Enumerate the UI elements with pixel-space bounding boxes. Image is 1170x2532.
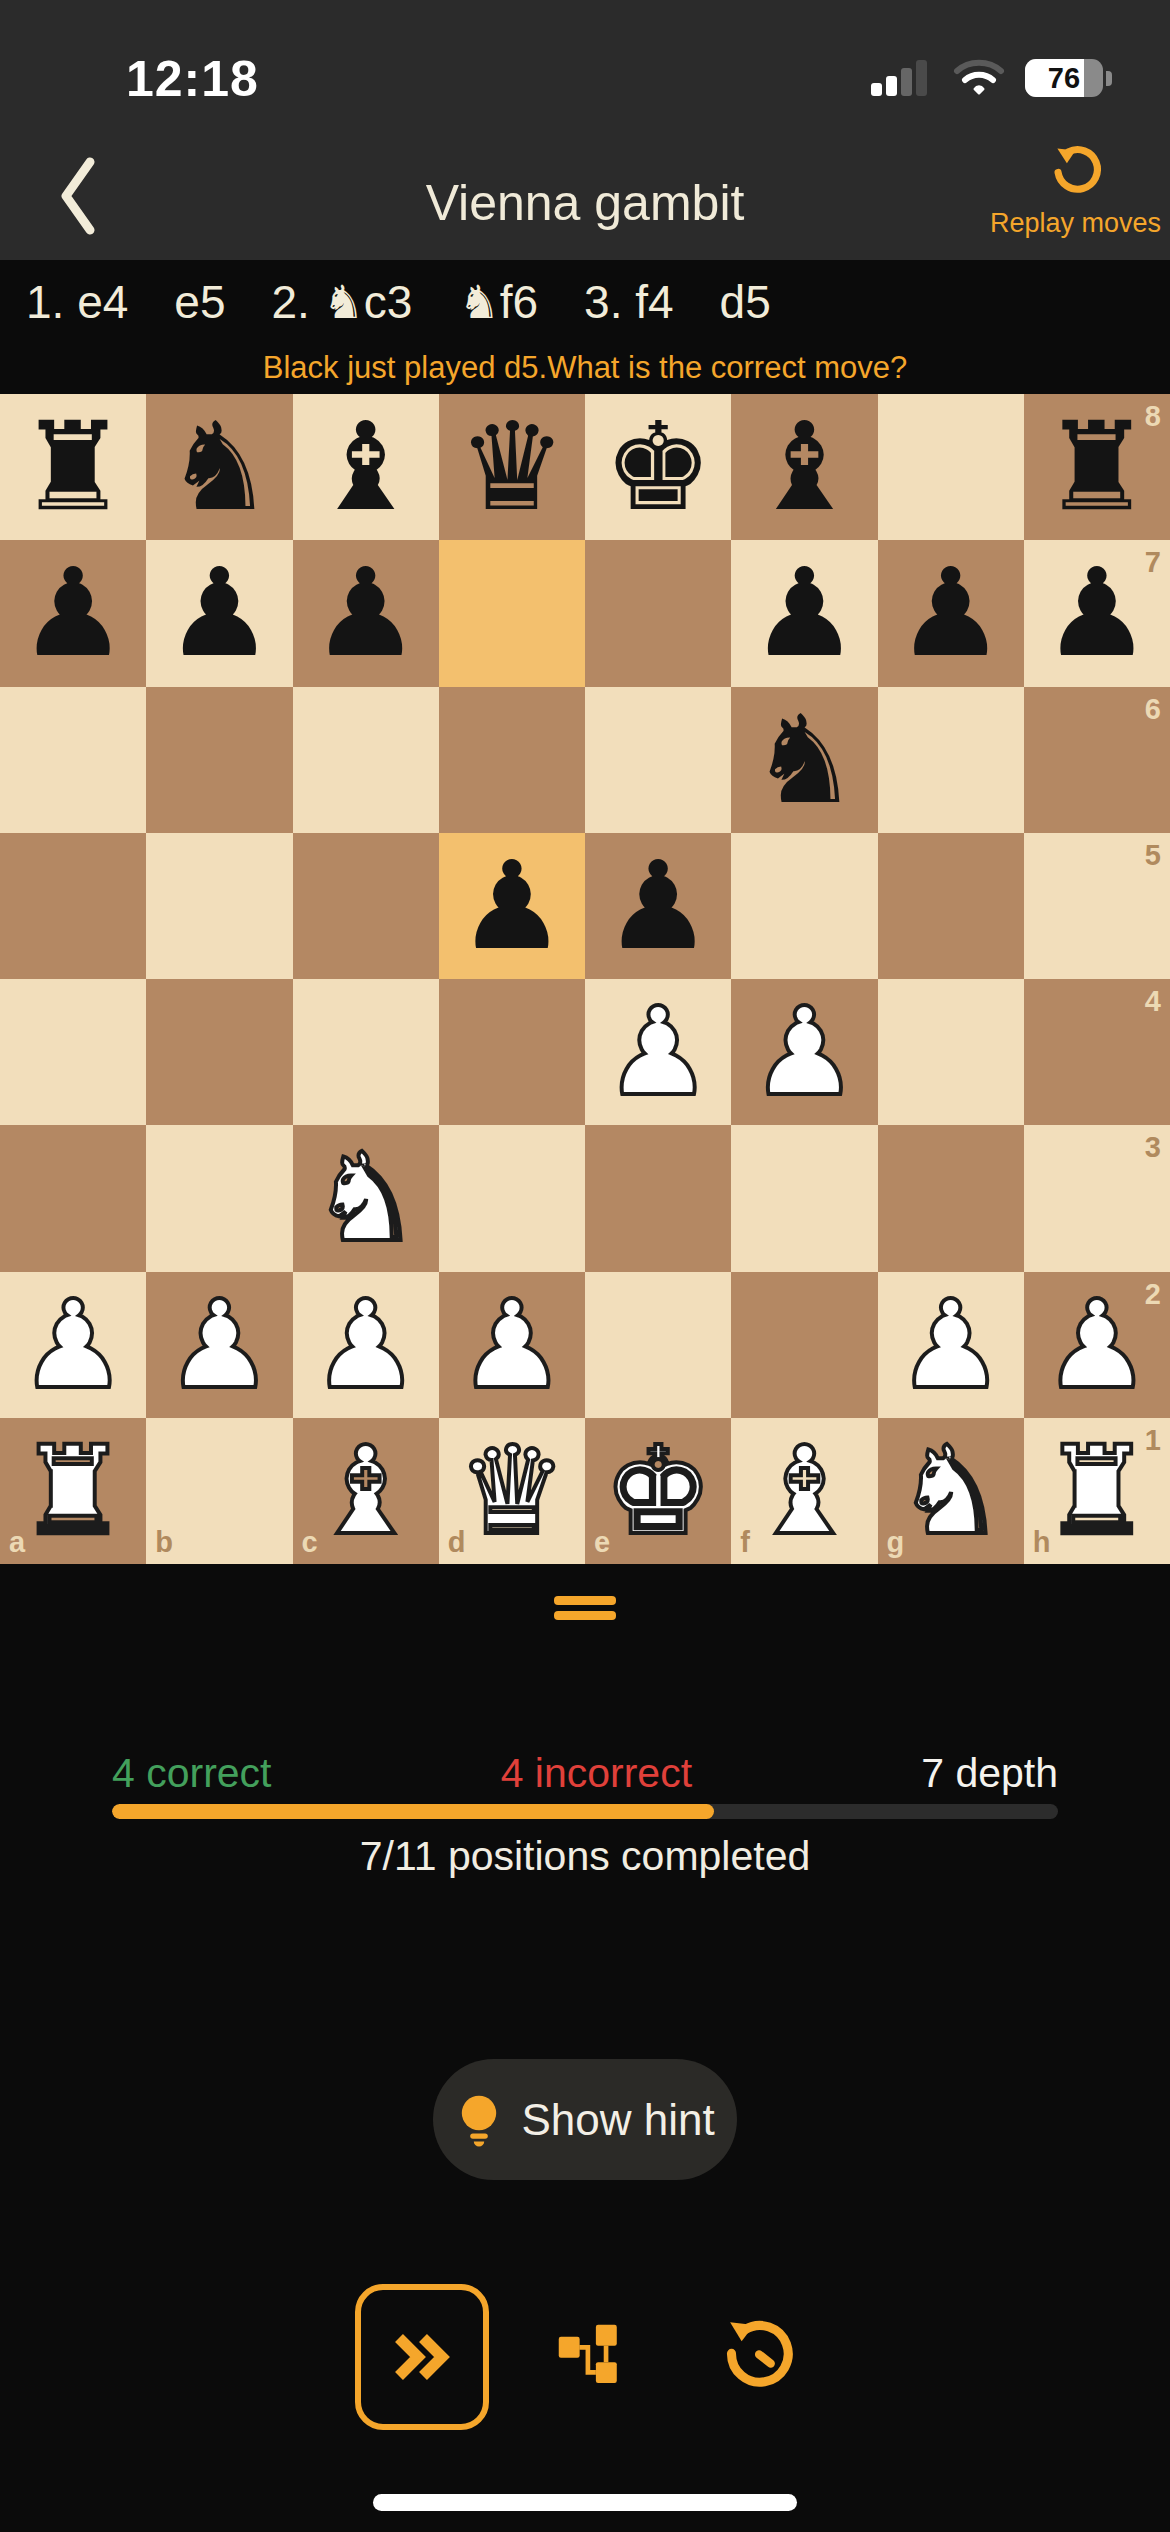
rank-label-1: 1 (1145, 1424, 1161, 1457)
move-token[interactable]: 3. f4 (584, 275, 674, 329)
piece-white-pawn[interactable]: ♟ (0, 1272, 146, 1418)
piece-black-queen[interactable]: ♛ (439, 394, 585, 540)
double-chevron-right-icon (391, 2332, 453, 2382)
progress-bar-fill (112, 1804, 714, 1819)
replay-arrow-icon (1046, 140, 1104, 202)
square-c1[interactable]: c♝ (293, 1418, 439, 1564)
square-d6[interactable] (439, 687, 585, 833)
app-screen: 12:18 76 (0, 0, 1170, 2532)
show-hint-button[interactable]: Show hint (433, 2059, 737, 2180)
square-b4[interactable] (146, 979, 292, 1125)
incorrect-count: 4 incorrect (501, 1750, 692, 1797)
square-e8[interactable]: ♚ (585, 394, 731, 540)
piece-black-pawn[interactable]: ♟ (585, 833, 731, 979)
square-h4[interactable]: 4 (1024, 979, 1170, 1125)
square-d8[interactable]: ♛ (439, 394, 585, 540)
square-a6[interactable] (0, 687, 146, 833)
piece-black-knight[interactable]: ♞ (146, 394, 292, 540)
square-c2[interactable]: ♟ (293, 1272, 439, 1418)
piece-white-bishop[interactable]: ♝ (731, 1418, 877, 1564)
square-a2[interactable]: ♟ (0, 1272, 146, 1418)
square-g1[interactable]: g♞ (878, 1418, 1024, 1564)
square-a5[interactable] (0, 833, 146, 979)
square-e2[interactable] (585, 1272, 731, 1418)
square-h1[interactable]: 1h♜ (1024, 1418, 1170, 1564)
history-clock-icon (714, 2308, 798, 2396)
piece-black-pawn[interactable]: ♟ (878, 540, 1024, 686)
square-e7[interactable] (585, 540, 731, 686)
square-f1[interactable]: f♝ (731, 1418, 877, 1564)
file-label-h: h (1033, 1526, 1051, 1559)
status-time: 12:18 (126, 50, 259, 108)
square-c4[interactable] (293, 979, 439, 1125)
square-h7[interactable]: 7♟ (1024, 540, 1170, 686)
cellular-signal-icon (871, 60, 933, 96)
square-g8[interactable] (878, 394, 1024, 540)
square-a8[interactable]: ♜ (0, 394, 146, 540)
square-h8[interactable]: 8♜ (1024, 394, 1170, 540)
square-g6[interactable] (878, 687, 1024, 833)
square-d3[interactable] (439, 1125, 585, 1271)
square-d4[interactable] (439, 979, 585, 1125)
square-h5[interactable]: 5 (1024, 833, 1170, 979)
rank-label-3: 3 (1145, 1131, 1161, 1164)
bottom-controls (0, 2278, 1170, 2434)
chess-board[interactable]: ♜♞♝♛♚♝8♜♟♟♟♟♟7♟♞6♟♟5♟♟4♞3♟♟♟♟♟2♟a♜bc♝d♛e… (0, 394, 1170, 1564)
square-f5[interactable] (731, 833, 877, 979)
square-e5[interactable]: ♟ (585, 833, 731, 979)
square-c6[interactable] (293, 687, 439, 833)
square-b3[interactable] (146, 1125, 292, 1271)
square-e6[interactable] (585, 687, 731, 833)
piece-black-rook[interactable]: ♜ (0, 394, 146, 540)
square-e4[interactable]: ♟ (585, 979, 731, 1125)
lightbulb-icon (455, 2093, 503, 2147)
variation-tree-icon (556, 2322, 622, 2388)
rank-label-8: 8 (1145, 400, 1161, 433)
sheet-drag-handle[interactable] (0, 1596, 1170, 1620)
piece-white-pawn[interactable]: ♟ (585, 979, 731, 1125)
square-g5[interactable] (878, 833, 1024, 979)
rank-label-5: 5 (1145, 839, 1161, 872)
square-f6[interactable]: ♞ (731, 687, 877, 833)
square-c7[interactable]: ♟ (293, 540, 439, 686)
piece-white-pawn[interactable]: ♟ (878, 1272, 1024, 1418)
square-h2[interactable]: 2♟ (1024, 1272, 1170, 1418)
square-h3[interactable]: 3 (1024, 1125, 1170, 1271)
drag-handle-bar (554, 1596, 616, 1605)
move-token[interactable]: ♞f6 (458, 275, 538, 329)
square-b5[interactable] (146, 833, 292, 979)
top-bar: 12:18 76 (0, 0, 1170, 260)
piece-white-knight[interactable]: ♞ (293, 1125, 439, 1271)
piece-black-knight[interactable]: ♞ (731, 687, 877, 833)
square-c3[interactable]: ♞ (293, 1125, 439, 1271)
file-label-c: c (302, 1526, 318, 1559)
piece-white-pawn[interactable]: ♟ (293, 1272, 439, 1418)
square-f8[interactable]: ♝ (731, 394, 877, 540)
square-b7[interactable]: ♟ (146, 540, 292, 686)
move-token[interactable]: 1. e4 (26, 275, 128, 329)
square-g3[interactable] (878, 1125, 1024, 1271)
replay-moves-button[interactable]: Replay moves (990, 140, 1160, 239)
square-e3[interactable] (585, 1125, 731, 1271)
file-label-b: b (155, 1526, 173, 1559)
move-token[interactable]: e5 (174, 275, 225, 329)
file-label-a: a (9, 1526, 25, 1559)
piece-black-pawn[interactable]: ♟ (146, 540, 292, 686)
file-label-d: d (448, 1526, 466, 1559)
piece-black-king[interactable]: ♚ (585, 394, 731, 540)
fast-forward-button[interactable] (355, 2284, 489, 2430)
piece-white-pawn[interactable]: ♟ (731, 979, 877, 1125)
piece-black-pawn[interactable]: ♟ (0, 540, 146, 686)
square-b2[interactable]: ♟ (146, 1272, 292, 1418)
square-a4[interactable] (0, 979, 146, 1125)
battery-percent: 76 (1048, 62, 1080, 95)
rank-label-4: 4 (1145, 985, 1161, 1018)
square-f7[interactable]: ♟ (731, 540, 877, 686)
square-f3[interactable] (731, 1125, 877, 1271)
battery-icon: 76 (1025, 59, 1112, 97)
rank-label-2: 2 (1145, 1278, 1161, 1311)
history-button[interactable] (714, 2308, 798, 2396)
square-c8[interactable]: ♝ (293, 394, 439, 540)
square-g4[interactable] (878, 979, 1024, 1125)
square-d5[interactable]: ♟ (439, 833, 585, 979)
piece-black-pawn[interactable]: ♟ (293, 540, 439, 686)
progress-bar (112, 1804, 1058, 1819)
piece-black-pawn[interactable]: ♟ (731, 540, 877, 686)
drag-handle-bar (554, 1611, 616, 1620)
file-label-g: g (887, 1526, 905, 1559)
piece-black-pawn[interactable]: ♟ (439, 833, 585, 979)
file-label-f: f (740, 1526, 750, 1559)
piece-black-bishop[interactable]: ♝ (293, 394, 439, 540)
square-d2[interactable]: ♟ (439, 1272, 585, 1418)
status-icons: 76 (871, 55, 1112, 101)
square-e1[interactable]: e♚ (585, 1418, 731, 1564)
depth-count: 7 depth (921, 1750, 1058, 1797)
home-indicator[interactable] (373, 2494, 797, 2511)
correct-count: 4 correct (112, 1750, 272, 1797)
variation-tree-button[interactable] (556, 2322, 622, 2388)
progress-caption: 7/11 positions completed (0, 1833, 1170, 1880)
piece-black-bishop[interactable]: ♝ (731, 394, 877, 540)
rank-label-6: 6 (1145, 693, 1161, 726)
square-a3[interactable] (0, 1125, 146, 1271)
square-d7[interactable] (439, 540, 585, 686)
square-b1[interactable]: b (146, 1418, 292, 1564)
piece-white-pawn[interactable]: ♟ (439, 1272, 585, 1418)
square-c5[interactable] (293, 833, 439, 979)
square-a1[interactable]: a♜ (0, 1418, 146, 1564)
square-f2[interactable] (731, 1272, 877, 1418)
puzzle-prompt: Black just played d5.What is the correct… (0, 350, 1170, 386)
rank-label-7: 7 (1145, 546, 1161, 579)
move-list: 1. e4e52. ♞c3♞f63. f4d5 (0, 272, 1170, 332)
square-b8[interactable]: ♞ (146, 394, 292, 540)
replay-moves-label: Replay moves (990, 208, 1160, 239)
move-token[interactable]: d5 (720, 275, 771, 329)
piece-white-pawn[interactable]: ♟ (146, 1272, 292, 1418)
stats-row: 4 correct 4 incorrect 7 depth (112, 1750, 1058, 1797)
square-g2[interactable]: ♟ (878, 1272, 1024, 1418)
square-a7[interactable]: ♟ (0, 540, 146, 686)
file-label-e: e (594, 1526, 610, 1559)
square-g7[interactable]: ♟ (878, 540, 1024, 686)
wifi-icon (953, 59, 1005, 97)
square-f4[interactable]: ♟ (731, 979, 877, 1125)
move-token[interactable]: 2. ♞c3 (271, 275, 412, 329)
show-hint-label: Show hint (521, 2095, 714, 2145)
square-b6[interactable] (146, 687, 292, 833)
square-h6[interactable]: 6 (1024, 687, 1170, 833)
square-d1[interactable]: d♛ (439, 1418, 585, 1564)
